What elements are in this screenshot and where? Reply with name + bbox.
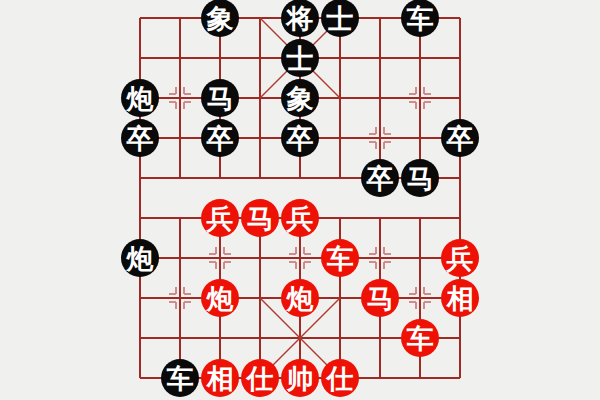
piece-red-advisor[interactable]: 仕 [241, 359, 279, 397]
piece-red-soldier[interactable]: 兵 [201, 199, 239, 237]
cell-6-1: 士 [320, 0, 360, 38]
piece-red-chariot[interactable]: 车 [401, 319, 439, 357]
piece-black-horse[interactable]: 马 [201, 79, 239, 117]
cell-6-7: 车 [320, 238, 360, 278]
cell-1-4: 卒 [120, 118, 160, 158]
cell-5-4: 卒 [280, 118, 320, 158]
xiangqi-board-diagram: 象将士车士炮马象卒卒卒卒卒马兵马兵炮车兵炮炮马相车车相仕帅仕 [0, 0, 600, 400]
cell-5-3: 象 [280, 78, 320, 118]
cell-8-5: 马 [400, 158, 440, 198]
piece-red-general[interactable]: 帅 [281, 359, 319, 397]
piece-black-soldier[interactable]: 卒 [441, 119, 479, 157]
piece-black-soldier[interactable]: 卒 [281, 119, 319, 157]
piece-black-soldier[interactable]: 卒 [201, 119, 239, 157]
piece-red-cannon[interactable]: 炮 [201, 279, 239, 317]
cell-6-10: 仕 [320, 358, 360, 398]
xiangqi-board[interactable]: 象将士车士炮马象卒卒卒卒卒马兵马兵炮车兵炮炮马相车车相仕帅仕 [120, 0, 480, 398]
piece-black-general[interactable]: 将 [281, 0, 319, 37]
cell-5-6: 兵 [280, 198, 320, 238]
cell-9-4: 卒 [440, 118, 480, 158]
cell-5-1: 将 [280, 0, 320, 38]
piece-red-advisor[interactable]: 仕 [321, 359, 359, 397]
cell-3-3: 马 [200, 78, 240, 118]
piece-red-cannon[interactable]: 炮 [281, 279, 319, 317]
cell-3-10: 相 [200, 358, 240, 398]
piece-black-cannon[interactable]: 炮 [121, 79, 159, 117]
piece-black-soldier[interactable]: 卒 [361, 159, 399, 197]
piece-red-soldier[interactable]: 兵 [281, 199, 319, 237]
cell-7-5: 卒 [360, 158, 400, 198]
piece-black-advisor[interactable]: 士 [281, 39, 319, 77]
cell-3-4: 卒 [200, 118, 240, 158]
cell-3-8: 炮 [200, 278, 240, 318]
piece-black-chariot[interactable]: 车 [161, 359, 199, 397]
cell-3-6: 兵 [200, 198, 240, 238]
piece-black-advisor[interactable]: 士 [321, 0, 359, 37]
piece-black-horse[interactable]: 马 [401, 159, 439, 197]
cell-8-9: 车 [400, 318, 440, 358]
cell-1-7: 炮 [120, 238, 160, 278]
cell-3-1: 象 [200, 0, 240, 38]
piece-black-soldier[interactable]: 卒 [121, 119, 159, 157]
cell-5-8: 炮 [280, 278, 320, 318]
cell-9-8: 相 [440, 278, 480, 318]
piece-red-elephant[interactable]: 相 [441, 279, 479, 317]
piece-black-elephant[interactable]: 象 [281, 79, 319, 117]
cell-5-10: 帅 [280, 358, 320, 398]
cell-1-3: 炮 [120, 78, 160, 118]
piece-black-elephant[interactable]: 象 [201, 0, 239, 37]
piece-red-chariot[interactable]: 车 [321, 239, 359, 277]
piece-red-horse[interactable]: 马 [241, 199, 279, 237]
cell-4-10: 仕 [240, 358, 280, 398]
piece-black-cannon[interactable]: 炮 [121, 239, 159, 277]
cell-2-10: 车 [160, 358, 200, 398]
piece-black-chariot[interactable]: 车 [401, 0, 439, 37]
cell-8-1: 车 [400, 0, 440, 38]
cell-9-7: 兵 [440, 238, 480, 278]
cell-5-2: 士 [280, 38, 320, 78]
cell-7-8: 马 [360, 278, 400, 318]
piece-red-soldier[interactable]: 兵 [441, 239, 479, 277]
piece-red-horse[interactable]: 马 [361, 279, 399, 317]
cell-4-6: 马 [240, 198, 280, 238]
piece-red-elephant[interactable]: 相 [201, 359, 239, 397]
